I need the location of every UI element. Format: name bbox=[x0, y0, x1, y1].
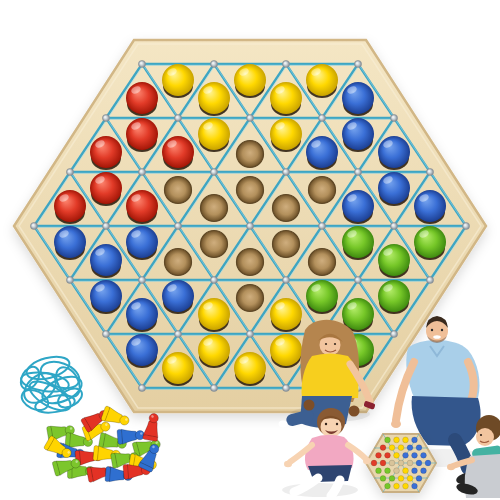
mini-board-peg bbox=[416, 460, 422, 466]
metal-pin bbox=[282, 276, 289, 283]
mini-board-peg bbox=[389, 476, 395, 482]
board-peg-y bbox=[306, 64, 338, 98]
metal-pin bbox=[210, 60, 217, 67]
board-peg-g bbox=[378, 280, 410, 314]
board-peg-r bbox=[54, 190, 86, 224]
scene-svg bbox=[0, 0, 500, 500]
board-peg-b bbox=[126, 226, 158, 260]
mini-board-peg bbox=[376, 468, 382, 474]
woman-sock bbox=[279, 421, 288, 428]
man-hand-left bbox=[391, 420, 401, 428]
mini-board-peg bbox=[412, 437, 418, 443]
product-photo-scene bbox=[0, 0, 500, 500]
mini-board-peg bbox=[416, 445, 422, 451]
board-hole bbox=[309, 249, 336, 276]
girl-eye bbox=[325, 423, 327, 425]
mini-board-peg bbox=[385, 483, 391, 489]
metal-pin bbox=[66, 168, 73, 175]
girl-pigtail-right bbox=[349, 406, 360, 417]
board-peg-y bbox=[198, 334, 230, 368]
board-peg-b bbox=[342, 190, 374, 224]
mini-hexagon-board bbox=[366, 434, 436, 492]
woman-eye bbox=[325, 343, 327, 345]
board-hole bbox=[165, 177, 192, 204]
board-peg-g bbox=[306, 280, 338, 314]
board-peg-b bbox=[306, 136, 338, 170]
mini-board-peg bbox=[394, 483, 400, 489]
metal-pin bbox=[210, 168, 217, 175]
board-peg-r bbox=[90, 172, 122, 206]
metal-pin bbox=[138, 168, 145, 175]
board-peg-y bbox=[234, 352, 266, 386]
mini-board-peg bbox=[380, 460, 386, 466]
metal-pin bbox=[174, 222, 181, 229]
mini-board-peg bbox=[398, 476, 404, 482]
girl-pigtail-left bbox=[304, 400, 315, 411]
mini-board-peg bbox=[403, 452, 409, 458]
metal-pin bbox=[390, 330, 397, 337]
metal-pin bbox=[30, 222, 37, 229]
metal-pin bbox=[102, 330, 109, 337]
metal-pin bbox=[66, 276, 73, 283]
metal-pin bbox=[390, 114, 397, 121]
mini-board-peg bbox=[376, 452, 382, 458]
board-peg-b bbox=[162, 280, 194, 314]
board-peg-y bbox=[270, 118, 302, 152]
mini-board-peg bbox=[407, 460, 413, 466]
mini-board-peg bbox=[385, 452, 391, 458]
metal-pin bbox=[390, 222, 397, 229]
board-peg-y bbox=[270, 298, 302, 332]
board-hole bbox=[273, 231, 300, 258]
metal-pin bbox=[174, 330, 181, 337]
board-peg-y bbox=[270, 334, 302, 368]
board-hole bbox=[165, 249, 192, 276]
metal-pin bbox=[426, 276, 433, 283]
metal-pin bbox=[210, 384, 217, 391]
board-peg-g bbox=[378, 244, 410, 278]
board-peg-y bbox=[234, 64, 266, 98]
metal-pin bbox=[138, 384, 145, 391]
mini-board-peg bbox=[389, 445, 395, 451]
man-smile bbox=[433, 335, 441, 339]
mini-board-peg bbox=[421, 468, 427, 474]
metal-pin bbox=[282, 168, 289, 175]
metal-pin bbox=[102, 222, 109, 229]
man-eye bbox=[441, 329, 443, 331]
mini-board-peg bbox=[407, 445, 413, 451]
board-hole bbox=[201, 231, 228, 258]
mini-board-peg bbox=[380, 445, 386, 451]
mini-board-peg bbox=[412, 452, 418, 458]
mini-board-peg bbox=[407, 476, 413, 482]
mini-board-peg bbox=[398, 445, 404, 451]
metal-pin bbox=[210, 276, 217, 283]
board-peg-y bbox=[162, 64, 194, 98]
board-peg-b bbox=[342, 118, 374, 152]
loose-peg-r bbox=[142, 412, 161, 441]
mini-board-peg bbox=[412, 483, 418, 489]
woman-eye bbox=[334, 343, 336, 345]
rubber-bands bbox=[17, 353, 86, 417]
board-peg-b bbox=[378, 172, 410, 206]
man-eye bbox=[431, 329, 433, 331]
board-peg-b bbox=[414, 190, 446, 224]
mini-board-peg bbox=[394, 452, 400, 458]
mini-board-peg bbox=[398, 460, 404, 466]
metal-pin bbox=[174, 114, 181, 121]
mini-board-peg bbox=[394, 468, 400, 474]
board-peg-b bbox=[54, 226, 86, 260]
boy-hand bbox=[447, 464, 455, 470]
mini-board-peg bbox=[389, 460, 395, 466]
metal-pin bbox=[282, 60, 289, 67]
girl-hand-left bbox=[284, 461, 292, 467]
mini-board-peg bbox=[371, 460, 377, 466]
board-peg-y bbox=[198, 118, 230, 152]
metal-pin bbox=[318, 114, 325, 121]
board-peg-b bbox=[126, 298, 158, 332]
man-arm-left bbox=[396, 362, 414, 420]
boy-face bbox=[476, 428, 494, 446]
board-peg-b bbox=[90, 280, 122, 314]
board-hole bbox=[273, 195, 300, 222]
board-peg-y bbox=[198, 82, 230, 116]
mini-board-peg bbox=[425, 460, 431, 466]
rubber-band-loop bbox=[19, 386, 52, 414]
metal-pin bbox=[246, 222, 253, 229]
board-peg-b bbox=[342, 82, 374, 116]
metal-pin bbox=[138, 60, 145, 67]
boy-eye bbox=[480, 434, 482, 436]
metal-pin bbox=[282, 384, 289, 391]
peg-pile bbox=[43, 406, 163, 484]
metal-pin bbox=[354, 168, 361, 175]
mini-board-peg bbox=[421, 452, 427, 458]
board-peg-r bbox=[90, 136, 122, 170]
board-peg-b bbox=[378, 136, 410, 170]
board-peg-r bbox=[126, 190, 158, 224]
mini-board-peg bbox=[385, 468, 391, 474]
girl-hand-right bbox=[363, 458, 371, 464]
board-hole bbox=[237, 285, 264, 312]
girl-eye bbox=[336, 423, 338, 425]
board-peg-r bbox=[126, 118, 158, 152]
metal-pin bbox=[246, 114, 253, 121]
mini-board-peg bbox=[416, 476, 422, 482]
metal-pin bbox=[354, 60, 361, 67]
metal-pin bbox=[318, 222, 325, 229]
board-peg-g bbox=[342, 226, 374, 260]
mini-board-peg bbox=[385, 437, 391, 443]
board-peg-g bbox=[414, 226, 446, 260]
metal-pin bbox=[354, 276, 361, 283]
board-peg-r bbox=[162, 136, 194, 170]
board-hole bbox=[237, 249, 264, 276]
metal-pin bbox=[246, 330, 253, 337]
board-hole bbox=[309, 177, 336, 204]
metal-pin bbox=[426, 168, 433, 175]
board-hole bbox=[201, 195, 228, 222]
board-peg-b bbox=[126, 334, 158, 368]
girl-shirt bbox=[305, 435, 354, 470]
metal-pin bbox=[462, 222, 469, 229]
board-peg-y bbox=[198, 298, 230, 332]
board-hole bbox=[237, 177, 264, 204]
board-peg-y bbox=[162, 352, 194, 386]
metal-pin bbox=[138, 276, 145, 283]
mini-board-peg bbox=[403, 468, 409, 474]
board-peg-r bbox=[126, 82, 158, 116]
mini-board-peg bbox=[403, 483, 409, 489]
mini-board-peg bbox=[394, 437, 400, 443]
metal-pin bbox=[102, 114, 109, 121]
mini-board-peg bbox=[403, 437, 409, 443]
mini-board-peg bbox=[412, 468, 418, 474]
board-hole bbox=[237, 141, 264, 168]
mini-board-peg bbox=[380, 476, 386, 482]
woman-shirt bbox=[301, 354, 358, 399]
board-peg-y bbox=[270, 82, 302, 116]
board-peg-b bbox=[90, 244, 122, 278]
